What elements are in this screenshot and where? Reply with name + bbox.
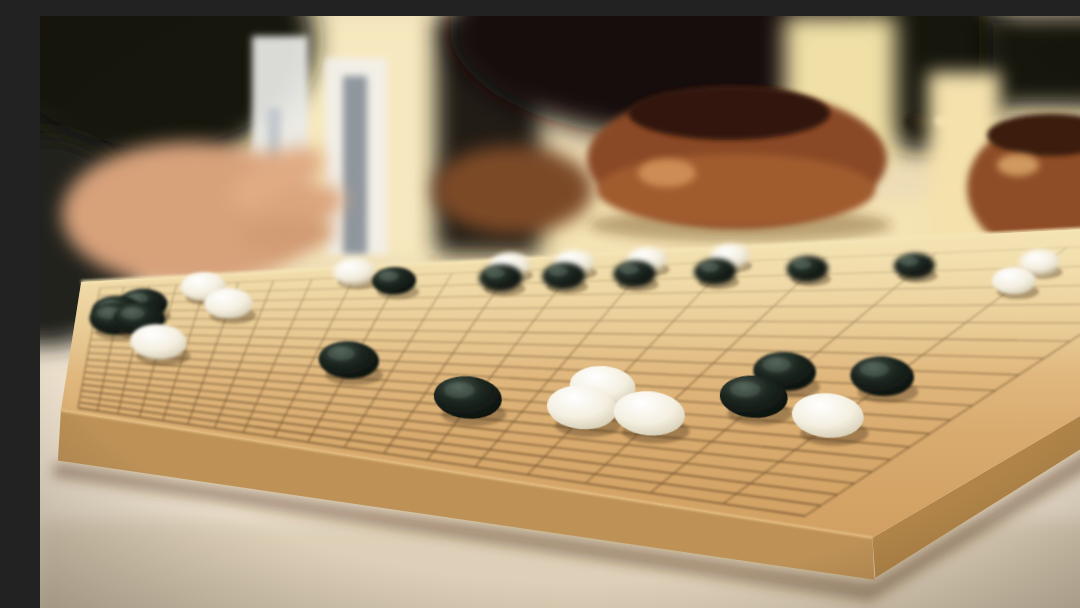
scene-svg (40, 16, 1080, 608)
go-photo: Go game in progress on a wooden goban, p… (40, 16, 1080, 608)
vignette (40, 16, 1080, 608)
